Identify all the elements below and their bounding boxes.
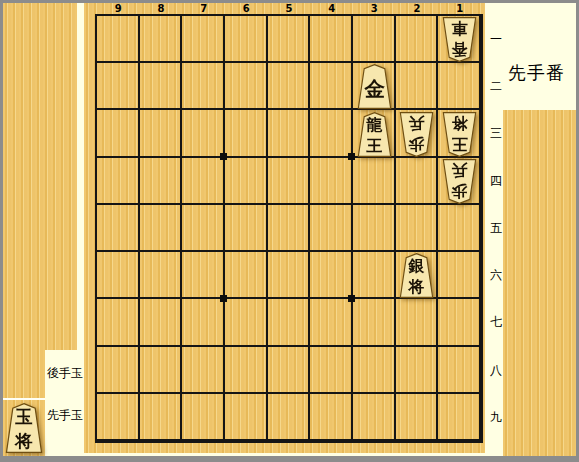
rank-coordinates: 一二三四五六七八九 bbox=[488, 3, 504, 456]
svg-text:玉: 玉 bbox=[14, 407, 33, 427]
shogi-app-window: 玉将 後手玉 先手玉 987654321 香車金龍王歩兵王将歩兵銀将 一二三四五… bbox=[0, 0, 579, 462]
svg-text:車: 車 bbox=[452, 19, 469, 38]
rank-label-9: 九 bbox=[488, 394, 504, 441]
svg-text:兵: 兵 bbox=[452, 160, 469, 179]
gote-king-tray-label: 後手玉 bbox=[47, 366, 83, 380]
piece-sente-ginsho-silver-26[interactable]: 銀将 bbox=[399, 253, 434, 298]
star-point bbox=[348, 153, 355, 160]
rank-label-2: 二 bbox=[488, 63, 504, 110]
svg-text:将: 将 bbox=[452, 113, 469, 132]
rank-label-3: 三 bbox=[488, 110, 504, 157]
rank-label-7: 七 bbox=[488, 299, 504, 346]
rank-label-8: 八 bbox=[488, 347, 504, 394]
svg-text:王: 王 bbox=[365, 136, 382, 155]
svg-text:銀: 銀 bbox=[408, 257, 425, 276]
sente-king-tray[interactable]: 玉将 bbox=[3, 400, 45, 456]
sente-komadai-panel[interactable] bbox=[503, 110, 579, 456]
svg-text:将: 将 bbox=[408, 278, 425, 297]
piece-gote-kyosha-lance-11[interactable]: 香車 bbox=[442, 17, 477, 62]
rank-label-1: 一 bbox=[488, 16, 504, 63]
gote-king-tray[interactable] bbox=[3, 350, 45, 398]
svg-text:将: 将 bbox=[14, 431, 32, 451]
board-grid[interactable] bbox=[95, 14, 483, 443]
svg-text:王: 王 bbox=[452, 134, 469, 153]
piece-sente-gyokusho-king-tray[interactable]: 玉将 bbox=[5, 403, 43, 453]
turn-indicator: 先手番 bbox=[508, 61, 565, 85]
svg-text:兵: 兵 bbox=[409, 113, 426, 132]
svg-text:金: 金 bbox=[363, 77, 385, 101]
svg-text:香: 香 bbox=[452, 40, 469, 59]
piece-sente-ryuo-dragon-33[interactable]: 龍王 bbox=[357, 112, 392, 157]
svg-text:歩: 歩 bbox=[409, 134, 426, 153]
shogi-board: 987654321 香車金龍王歩兵王将歩兵銀将 bbox=[84, 3, 485, 453]
sente-king-tray-label: 先手玉 bbox=[47, 408, 83, 422]
piece-gote-osho-king-13[interactable]: 王将 bbox=[442, 112, 477, 157]
star-point bbox=[348, 295, 355, 302]
svg-text:龍: 龍 bbox=[365, 115, 382, 134]
star-point bbox=[220, 153, 227, 160]
piece-gote-fuhyo-pawn-14[interactable]: 歩兵 bbox=[442, 159, 477, 204]
piece-sente-kin-gold-32[interactable]: 金 bbox=[357, 64, 392, 109]
rank-label-5: 五 bbox=[488, 205, 504, 252]
piece-gote-fuhyo-pawn-23[interactable]: 歩兵 bbox=[399, 112, 434, 157]
rank-label-6: 六 bbox=[488, 252, 504, 299]
svg-text:歩: 歩 bbox=[452, 181, 469, 200]
star-point bbox=[220, 295, 227, 302]
rank-label-4: 四 bbox=[488, 158, 504, 205]
gote-komadai-panel[interactable] bbox=[3, 3, 77, 350]
